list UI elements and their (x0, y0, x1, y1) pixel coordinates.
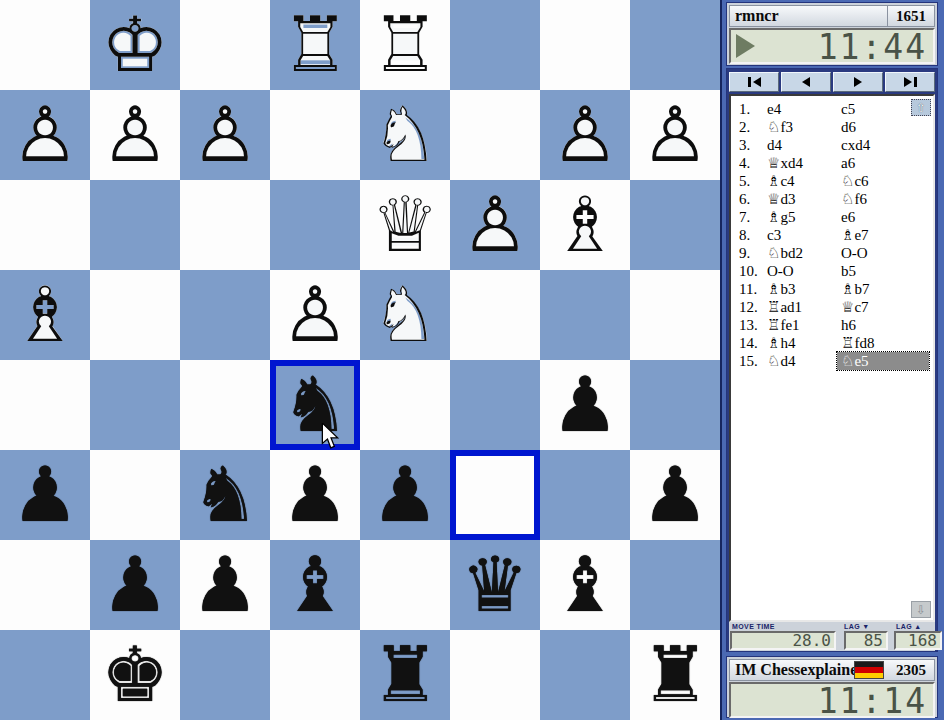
go-to-start-button[interactable] (729, 72, 779, 92)
black-pawn: ♟ (90, 540, 180, 630)
white-move[interactable]: c3 (761, 226, 837, 244)
square-d2[interactable]: ♞♘ (360, 90, 450, 180)
back-button[interactable] (781, 72, 831, 92)
black-move[interactable]: b5 (837, 262, 929, 280)
square-h8[interactable] (0, 630, 90, 720)
black-pawn: ♟ (630, 450, 720, 540)
back-triangle-icon (802, 77, 810, 87)
square-g3[interactable] (90, 180, 180, 270)
black-move[interactable]: cxd4 (837, 136, 929, 154)
square-a3[interactable] (630, 180, 720, 270)
square-d6[interactable]: ♟ (360, 450, 450, 540)
move-row-14: 14.♗h4♖fd8 (731, 334, 933, 352)
square-a8[interactable]: ♜ (630, 630, 720, 720)
move-row-10: 10.O-Ob5 (731, 262, 933, 280)
square-d7[interactable] (360, 540, 450, 630)
stats-bar: MOVE TIME LAG ▼ LAG ▲ 28.0 85 168 (729, 622, 935, 651)
lag-up-value: 168 (896, 631, 940, 650)
germany-flag-icon (854, 661, 884, 679)
square-b2[interactable]: ♟♙ (540, 90, 630, 180)
square-e5[interactable]: ♞ (270, 360, 360, 450)
white-knight: ♞♘ (360, 270, 450, 360)
black-pawn: ♟ (270, 450, 360, 540)
white-pawn: ♟♙ (450, 180, 540, 270)
move-row-4: 4.♕xd4a6 (731, 154, 933, 172)
square-g6[interactable] (90, 450, 180, 540)
forward-button[interactable] (833, 72, 883, 92)
move-list-panel: ⇧ ⇩ 1.e4c52.♘f3d63.d4cxd44.♕xd4a65.♗c4♘c… (726, 68, 938, 652)
square-b4[interactable] (540, 270, 630, 360)
square-c4[interactable] (450, 270, 540, 360)
square-h4[interactable]: ♝♗ (0, 270, 90, 360)
square-a6[interactable]: ♟ (630, 450, 720, 540)
black-pawn: ♟ (540, 360, 630, 450)
square-d8[interactable]: ♜ (360, 630, 450, 720)
black-player-rating: 2305 (888, 660, 934, 680)
right-panel: rmncr 1651 11:44 (720, 0, 944, 720)
square-d5[interactable] (360, 360, 450, 450)
square-g7[interactable]: ♟ (90, 540, 180, 630)
black-player-panel: IM Chessexplained 2305 11:14 (726, 656, 938, 718)
square-g1[interactable]: ♚♔ (90, 0, 180, 90)
white-move[interactable]: ♘f3 (761, 118, 837, 136)
move-number: 6. (731, 190, 761, 208)
square-g8[interactable]: ♚ (90, 630, 180, 720)
square-e6[interactable]: ♟ (270, 450, 360, 540)
square-f2[interactable]: ♟♙ (180, 90, 270, 180)
black-king: ♚ (90, 630, 180, 720)
black-player-name: IM Chessexplained (730, 661, 854, 679)
move-row-1: 1.e4c5 (731, 100, 933, 118)
square-c8[interactable] (450, 630, 540, 720)
black-move[interactable]: e6 (837, 208, 929, 226)
black-pawn: ♟ (360, 450, 450, 540)
move-number: 1. (731, 100, 761, 118)
move-number: 7. (731, 208, 761, 226)
move-number: 13. (731, 316, 761, 334)
square-a5[interactable] (630, 360, 720, 450)
square-e3[interactable] (270, 180, 360, 270)
move-number: 10. (731, 262, 761, 280)
square-b1[interactable] (540, 0, 630, 90)
square-e4[interactable]: ♟♙ (270, 270, 360, 360)
go-to-end-button[interactable] (885, 72, 935, 92)
navigation-toolbar (729, 71, 935, 94)
square-b6[interactable] (540, 450, 630, 540)
move-number: 8. (731, 226, 761, 244)
square-e7[interactable]: ♝ (270, 540, 360, 630)
move-number: 4. (731, 154, 761, 172)
square-a4[interactable] (630, 270, 720, 360)
move-row-9: 9.♘bd2O-O (731, 244, 933, 262)
move-number: 2. (731, 118, 761, 136)
move-row-12: 12.♖ad1♕c7 (731, 298, 933, 316)
square-e2[interactable] (270, 90, 360, 180)
square-h1[interactable] (0, 0, 90, 90)
move-time-display: 28.0 (730, 631, 836, 650)
square-a7[interactable] (630, 540, 720, 630)
square-c1[interactable] (450, 0, 540, 90)
black-queen: ♛ (450, 540, 540, 630)
square-f6[interactable]: ♞ (180, 450, 270, 540)
square-f3[interactable] (180, 180, 270, 270)
white-player-name: rmncr (730, 7, 887, 25)
black-move[interactable]: ♗b7 (837, 280, 929, 298)
lag-up-display: 168 (894, 631, 942, 650)
black-rook: ♜ (360, 630, 450, 720)
move-time-value: 28.0 (732, 631, 834, 650)
square-a1[interactable] (630, 0, 720, 90)
black-move[interactable]: ♖fd8 (837, 334, 929, 352)
black-move[interactable]: ♗e7 (837, 226, 929, 244)
black-knight: ♞ (180, 450, 270, 540)
square-c3[interactable]: ♟♙ (450, 180, 540, 270)
square-e1[interactable]: ♜♖ (270, 0, 360, 90)
start-bar-icon (748, 77, 751, 87)
move-row-15: 15.♘d4♘e5 (731, 352, 933, 370)
white-move[interactable]: ♘d4 (761, 352, 837, 370)
square-f4[interactable] (180, 270, 270, 360)
square-e8[interactable] (270, 630, 360, 720)
end-bar-icon (914, 77, 917, 87)
move-row-3: 3.d4cxd4 (731, 136, 933, 154)
lag-down-value: 85 (846, 631, 886, 650)
square-h6[interactable]: ♟ (0, 450, 90, 540)
black-player-titlebar: IM Chessexplained 2305 (729, 659, 935, 681)
square-h7[interactable] (0, 540, 90, 630)
white-pawn: ♟♙ (90, 90, 180, 180)
mouse-cursor (320, 423, 340, 451)
forward-triangle-icon (854, 77, 862, 87)
scroll-up-button[interactable]: ⇧ (911, 99, 931, 116)
white-rook: ♜♖ (360, 0, 450, 90)
chess-board[interactable]: ♚♔♜♖♜♖♟♙♟♙♟♙♞♘♟♙♟♙♛♕♟♙♝♗♝♗♟♙♞♘♞♟♟♞♟♟♟♟♟♝… (0, 0, 720, 720)
white-move[interactable]: ♗g5 (761, 208, 837, 226)
to-move-indicator-icon (736, 34, 755, 58)
square-g5[interactable] (90, 360, 180, 450)
square-f8[interactable] (180, 630, 270, 720)
black-move[interactable]: ♕c7 (837, 298, 929, 316)
square-g2[interactable]: ♟♙ (90, 90, 180, 180)
move-number: 12. (731, 298, 761, 316)
white-pawn: ♟♙ (0, 90, 90, 180)
square-f7[interactable]: ♟ (180, 540, 270, 630)
move-number: 9. (731, 244, 761, 262)
move-row-2: 2.♘f3d6 (731, 118, 933, 136)
square-c5[interactable] (450, 360, 540, 450)
black-move[interactable]: d6 (837, 118, 929, 136)
white-player-rating: 1651 (887, 6, 934, 26)
lag-down-label: LAG ▼ (844, 623, 870, 630)
white-move[interactable]: ♖ad1 (761, 298, 837, 316)
white-clock-time: 11:44 (755, 26, 933, 67)
white-move[interactable]: O-O (761, 262, 837, 280)
square-c6[interactable] (450, 450, 540, 540)
white-move[interactable]: ♕xd4 (761, 154, 837, 172)
white-move[interactable]: ♖fe1 (761, 316, 837, 334)
white-move[interactable]: ♕d3 (761, 190, 837, 208)
black-bishop: ♝ (270, 540, 360, 630)
black-move[interactable]: O-O (837, 244, 929, 262)
chess-app-window: ♚♔♜♖♜♖♟♙♟♙♟♙♞♘♟♙♟♙♛♕♟♙♝♗♝♗♟♙♞♘♞♟♟♞♟♟♟♟♟♝… (0, 0, 944, 720)
black-pawn: ♟ (0, 450, 90, 540)
white-bishop: ♝♗ (540, 180, 630, 270)
move-row-5: 5.♗c4♘c6 (731, 172, 933, 190)
square-b3[interactable]: ♝♗ (540, 180, 630, 270)
move-row-6: 6.♕d3♘f6 (731, 190, 933, 208)
move-number: 14. (731, 334, 761, 352)
forward-triangle-icon (904, 77, 912, 87)
move-number: 3. (731, 136, 761, 154)
white-pawn: ♟♙ (540, 90, 630, 180)
lag-up-label: LAG ▲ (896, 623, 922, 630)
black-move[interactable]: h6 (837, 316, 929, 334)
move-row-11: 11.♗b3♗b7 (731, 280, 933, 298)
black-pawn: ♟ (180, 540, 270, 630)
white-pawn: ♟♙ (270, 270, 360, 360)
square-d3[interactable]: ♛♕ (360, 180, 450, 270)
square-b7[interactable]: ♝ (540, 540, 630, 630)
black-move[interactable]: a6 (837, 154, 929, 172)
white-knight: ♞♘ (360, 90, 450, 180)
black-move[interactable]: ♘f6 (837, 190, 929, 208)
square-h2[interactable]: ♟♙ (0, 90, 90, 180)
white-player-clock: 11:44 (729, 28, 935, 64)
white-king: ♚♔ (90, 0, 180, 90)
black-move-selected[interactable]: ♘e5 (837, 352, 929, 370)
white-move[interactable]: ♗h4 (761, 334, 837, 352)
white-queen: ♛♕ (360, 180, 450, 270)
square-c7[interactable]: ♛ (450, 540, 540, 630)
square-c2[interactable] (450, 90, 540, 180)
move-row-13: 13.♖fe1h6 (731, 316, 933, 334)
square-d4[interactable]: ♞♘ (360, 270, 450, 360)
move-row-8: 8.c3♗e7 (731, 226, 933, 244)
move-list[interactable]: ⇧ ⇩ 1.e4c52.♘f3d63.d4cxd44.♕xd4a65.♗c4♘c… (729, 94, 935, 622)
lag-down-display: 85 (844, 631, 888, 650)
white-pawn: ♟♙ (630, 90, 720, 180)
square-f1[interactable] (180, 0, 270, 90)
back-triangle-icon (753, 77, 761, 87)
white-move[interactable]: ♘bd2 (761, 244, 837, 262)
move-number: 15. (731, 352, 761, 370)
square-f5[interactable] (180, 360, 270, 450)
move-row-7: 7.♗g5e6 (731, 208, 933, 226)
black-bishop: ♝ (540, 540, 630, 630)
white-rook: ♜♖ (270, 0, 360, 90)
move-number: 11. (731, 280, 761, 298)
square-g4[interactable] (90, 270, 180, 360)
square-d1[interactable]: ♜♖ (360, 0, 450, 90)
square-a2[interactable]: ♟♙ (630, 90, 720, 180)
black-move[interactable]: ♘c6 (837, 172, 929, 190)
white-bishop: ♝♗ (0, 270, 90, 360)
move-number: 5. (731, 172, 761, 190)
black-knight: ♞ (270, 360, 360, 450)
black-clock-time: 11:14 (731, 680, 933, 720)
square-b5[interactable]: ♟ (540, 360, 630, 450)
black-rook: ♜ (630, 630, 720, 720)
white-player-titlebar: rmncr 1651 (729, 5, 935, 27)
white-move[interactable]: d4 (761, 136, 837, 154)
white-move[interactable]: e4 (761, 100, 837, 118)
white-player-panel: rmncr 1651 11:44 (726, 2, 938, 66)
white-move[interactable]: ♗c4 (761, 172, 837, 190)
black-player-clock: 11:14 (729, 682, 935, 718)
square-h5[interactable] (0, 360, 90, 450)
white-pawn: ♟♙ (180, 90, 270, 180)
white-move[interactable]: ♗b3 (761, 280, 837, 298)
square-h3[interactable] (0, 180, 90, 270)
scroll-down-button[interactable]: ⇩ (911, 601, 931, 618)
square-b8[interactable] (540, 630, 630, 720)
move-time-label: MOVE TIME (732, 623, 775, 630)
